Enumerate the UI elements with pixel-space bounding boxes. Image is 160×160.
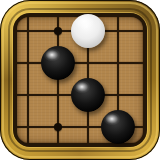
- black-stone-glyph: ●: [71, 78, 105, 112]
- go-app-icon[interactable]: ○●●●: [0, 0, 160, 160]
- black-stone: ●: [71, 78, 105, 112]
- black-stone: ●: [41, 46, 75, 80]
- board: ○●●●: [17, 17, 143, 143]
- hoshi-point: [54, 27, 62, 35]
- white-stone: ○: [71, 14, 105, 48]
- grid-line-vertical: [27, 17, 29, 143]
- grid-line-horizontal: [17, 62, 143, 64]
- hoshi-point: [54, 123, 62, 131]
- black-stone-glyph: ●: [41, 46, 75, 80]
- black-stone: ●: [101, 110, 135, 144]
- black-stone-glyph: ●: [101, 110, 135, 144]
- screenshot: ○●●●: [0, 0, 160, 160]
- white-stone-glyph: ○: [71, 14, 105, 48]
